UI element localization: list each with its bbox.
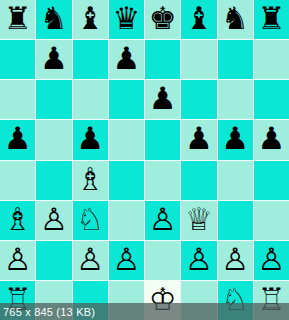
square-e7[interactable]	[145, 40, 180, 79]
square-h7[interactable]	[254, 40, 289, 79]
square-g8[interactable]: ♞	[218, 0, 253, 39]
square-g3[interactable]	[218, 201, 253, 240]
image-size-overlay: 765 x 845 (13 KB)	[0, 303, 289, 320]
piece-white-bishop: ♗	[4, 204, 32, 235]
square-d2[interactable]: ♙	[109, 241, 144, 280]
square-c3[interactable]: ♘	[73, 201, 108, 240]
square-a3[interactable]: ♗	[0, 201, 35, 240]
piece-white-pawn: ♙	[40, 204, 68, 235]
square-g6[interactable]	[218, 80, 253, 119]
square-h4[interactable]	[254, 161, 289, 200]
square-h8[interactable]: ♜	[254, 0, 289, 39]
square-e5[interactable]	[145, 120, 180, 159]
piece-white-pawn: ♙	[76, 244, 104, 275]
square-f6[interactable]	[181, 80, 216, 119]
piece-black-pawn: ♟	[112, 43, 140, 74]
square-g7[interactable]	[218, 40, 253, 79]
square-e2[interactable]	[145, 241, 180, 280]
square-e8[interactable]: ♚	[145, 0, 180, 39]
image-viewer: ♜♞♝♛♚♝♞♜♟♟♟♟♟♟♟♟♗♗♙♘♙♕♙♙♙♙♙♙♖♔♘♖ 765 x 8…	[0, 0, 289, 320]
square-a7[interactable]	[0, 40, 35, 79]
square-a5[interactable]: ♟	[0, 120, 35, 159]
square-h3[interactable]	[254, 201, 289, 240]
square-a8[interactable]: ♜	[0, 0, 35, 39]
square-f4[interactable]	[181, 161, 216, 200]
square-b6[interactable]	[36, 80, 71, 119]
piece-black-king: ♚	[149, 3, 177, 34]
square-b5[interactable]	[36, 120, 71, 159]
square-c6[interactable]	[73, 80, 108, 119]
square-a4[interactable]	[0, 161, 35, 200]
square-b8[interactable]: ♞	[36, 0, 71, 39]
piece-black-rook: ♜	[257, 3, 285, 34]
piece-black-bishop: ♝	[185, 3, 213, 34]
square-d5[interactable]	[109, 120, 144, 159]
square-d6[interactable]	[109, 80, 144, 119]
square-a6[interactable]	[0, 80, 35, 119]
square-b2[interactable]	[36, 241, 71, 280]
piece-black-rook: ♜	[4, 3, 32, 34]
piece-black-pawn: ♟	[185, 123, 213, 154]
square-g2[interactable]: ♙	[218, 241, 253, 280]
piece-black-queen: ♛	[112, 3, 140, 34]
piece-black-pawn: ♟	[76, 123, 104, 154]
image-size-text: 765 x 845 (13 KB)	[3, 306, 95, 318]
piece-white-knight: ♘	[76, 204, 104, 235]
square-e3[interactable]: ♙	[145, 201, 180, 240]
piece-black-pawn: ♟	[221, 123, 249, 154]
piece-white-pawn: ♙	[221, 244, 249, 275]
square-d3[interactable]	[109, 201, 144, 240]
piece-black-knight: ♞	[221, 3, 249, 34]
square-h2[interactable]: ♙	[254, 241, 289, 280]
square-f7[interactable]	[181, 40, 216, 79]
piece-white-pawn: ♙	[257, 244, 285, 275]
square-d4[interactable]	[109, 161, 144, 200]
square-e6[interactable]: ♟	[145, 80, 180, 119]
square-c5[interactable]: ♟	[73, 120, 108, 159]
square-h5[interactable]: ♟	[254, 120, 289, 159]
square-d8[interactable]: ♛	[109, 0, 144, 39]
square-c8[interactable]: ♝	[73, 0, 108, 39]
piece-black-pawn: ♟	[40, 43, 68, 74]
piece-white-pawn: ♙	[149, 204, 177, 235]
piece-white-pawn: ♙	[185, 244, 213, 275]
square-g5[interactable]: ♟	[218, 120, 253, 159]
piece-white-bishop: ♗	[76, 164, 104, 195]
square-c2[interactable]: ♙	[73, 241, 108, 280]
square-b7[interactable]: ♟	[36, 40, 71, 79]
square-a2[interactable]: ♙	[0, 241, 35, 280]
square-c7[interactable]	[73, 40, 108, 79]
square-d7[interactable]: ♟	[109, 40, 144, 79]
piece-white-pawn: ♙	[112, 244, 140, 275]
chess-board: ♜♞♝♛♚♝♞♜♟♟♟♟♟♟♟♟♗♗♙♘♙♕♙♙♙♙♙♙♖♔♘♖	[0, 0, 289, 320]
square-e4[interactable]	[145, 161, 180, 200]
square-b4[interactable]	[36, 161, 71, 200]
square-b3[interactable]: ♙	[36, 201, 71, 240]
piece-black-pawn: ♟	[149, 83, 177, 114]
square-c4[interactable]: ♗	[73, 161, 108, 200]
square-f3[interactable]: ♕	[181, 201, 216, 240]
piece-black-bishop: ♝	[76, 3, 104, 34]
piece-white-queen: ♕	[185, 204, 213, 235]
piece-black-pawn: ♟	[4, 123, 32, 154]
square-g4[interactable]	[218, 161, 253, 200]
square-f5[interactable]: ♟	[181, 120, 216, 159]
piece-black-pawn: ♟	[257, 123, 285, 154]
square-f2[interactable]: ♙	[181, 241, 216, 280]
piece-black-knight: ♞	[40, 3, 68, 34]
square-h6[interactable]	[254, 80, 289, 119]
piece-white-pawn: ♙	[4, 244, 32, 275]
square-f8[interactable]: ♝	[181, 0, 216, 39]
